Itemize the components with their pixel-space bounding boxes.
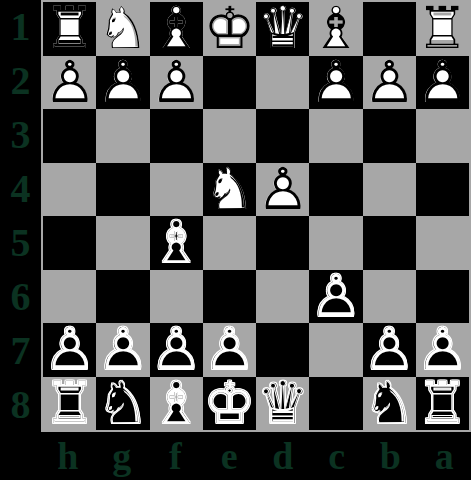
square-d7[interactable] [256,323,309,377]
square-a3[interactable] [416,109,469,163]
piece-fill-layer: ♟ [96,323,149,377]
piece-fill-layer: ♟ [96,56,149,110]
file-label-f: f [149,432,203,480]
square-c1[interactable]: ♝♗ [309,2,362,56]
rank-label-7: 7 [0,324,41,378]
rank-label-2: 2 [0,54,41,108]
piece-fill-layer: ♟ [150,56,203,110]
white-queen[interactable]: ♛♕ [256,2,309,56]
square-e3[interactable] [203,109,256,163]
white-bishop[interactable]: ♝♗ [150,2,203,56]
square-b5[interactable] [363,216,416,270]
square-a2[interactable]: ♟♙ [416,56,469,110]
piece-outline-layer: ♙ [416,323,469,377]
rank-label-3: 3 [0,108,41,162]
square-d8[interactable]: ♛♕ [256,377,309,431]
black-pawn[interactable]: ♟♙ [96,323,149,377]
rank-labels-gutter: 1 2 3 4 5 6 7 8 [0,0,41,432]
white-rook[interactable]: ♜♖ [43,2,96,56]
square-g8[interactable]: ♞♘ [96,377,149,431]
square-h1[interactable]: ♜♖ [43,2,96,56]
square-c4[interactable] [309,163,362,217]
white-pawn[interactable]: ♟♙ [96,56,149,110]
piece-fill-layer: ♝ [309,2,362,56]
black-rook[interactable]: ♜♖ [416,377,469,431]
piece-fill-layer: ♟ [309,270,362,324]
square-e8[interactable]: ♚♔ [203,377,256,431]
black-knight[interactable]: ♞♘ [363,377,416,431]
square-h7[interactable]: ♟♙ [43,323,96,377]
piece-outline-layer: ♗ [309,2,362,56]
piece-fill-layer: ♛ [256,2,309,56]
black-rook[interactable]: ♜♖ [43,377,96,431]
piece-outline-layer: ♘ [363,377,416,431]
rank-label-8: 8 [0,378,41,432]
square-b7[interactable]: ♟♙ [363,323,416,377]
square-a7[interactable]: ♟♙ [416,323,469,377]
piece-fill-layer: ♟ [309,56,362,110]
piece-outline-layer: ♙ [96,56,149,110]
square-g7[interactable]: ♟♙ [96,323,149,377]
piece-outline-layer: ♕ [256,2,309,56]
square-c2[interactable]: ♟♙ [309,56,362,110]
file-label-b: b [364,432,418,480]
square-h3[interactable] [43,109,96,163]
piece-fill-layer: ♚ [203,2,256,56]
black-pawn[interactable]: ♟♙ [363,323,416,377]
square-d3[interactable] [256,109,309,163]
piece-fill-layer: ♟ [256,163,309,217]
square-b4[interactable] [363,163,416,217]
file-label-g: g [95,432,149,480]
square-e5[interactable] [203,216,256,270]
piece-outline-layer: ♗ [150,377,203,431]
piece-outline-layer: ♖ [416,377,469,431]
piece-outline-layer: ♙ [309,56,362,110]
square-h2[interactable]: ♟♙ [43,56,96,110]
square-f3[interactable] [150,109,203,163]
file-label-h: h [41,432,95,480]
piece-fill-layer: ♝ [150,2,203,56]
file-labels-gutter: h g f e d c b a [41,432,471,480]
white-knight[interactable]: ♞♘ [203,163,256,217]
square-f6[interactable] [150,270,203,324]
square-g1[interactable]: ♞♘ [96,2,149,56]
rank-label-1: 1 [0,0,41,54]
piece-fill-layer: ♟ [416,56,469,110]
file-label-a: a [417,432,471,480]
square-e2[interactable] [203,56,256,110]
piece-outline-layer: ♖ [416,2,469,56]
piece-fill-layer: ♟ [363,323,416,377]
square-g6[interactable] [96,270,149,324]
piece-outline-layer: ♖ [43,2,96,56]
piece-fill-layer: ♞ [203,163,256,217]
square-a1[interactable]: ♜♖ [416,2,469,56]
square-e7[interactable]: ♟♙ [203,323,256,377]
square-f7[interactable]: ♟♙ [150,323,203,377]
piece-fill-layer: ♝ [150,216,203,270]
square-b6[interactable] [363,270,416,324]
black-pawn[interactable]: ♟♙ [203,323,256,377]
piece-outline-layer: ♙ [43,323,96,377]
piece-fill-layer: ♝ [150,377,203,431]
square-h4[interactable] [43,163,96,217]
square-d4[interactable]: ♟♙ [256,163,309,217]
square-f5[interactable]: ♝♗ [150,216,203,270]
piece-outline-layer: ♔ [203,377,256,431]
square-b2[interactable]: ♟♙ [363,56,416,110]
piece-fill-layer: ♟ [363,56,416,110]
black-bishop[interactable]: ♝♗ [150,377,203,431]
piece-outline-layer: ♙ [256,163,309,217]
chess-board: ♜♖♞♘♝♗♚♔♛♕♝♗♜♖♟♙♟♙♟♙♟♙♟♙♟♙♞♘♟♙♝♗♟♙♟♙♟♙♟♙… [41,0,471,432]
piece-fill-layer: ♞ [363,377,416,431]
piece-outline-layer: ♙ [416,56,469,110]
file-label-e: e [202,432,256,480]
square-c6[interactable]: ♟♙ [309,270,362,324]
chess-board-screen: 1 2 3 4 5 6 7 8 ♜♖♞♘♝♗♚♔♛♕♝♗♜♖♟♙♟♙♟♙♟♙♟♙… [0,0,471,480]
square-g3[interactable] [96,109,149,163]
piece-fill-layer: ♟ [43,323,96,377]
piece-outline-layer: ♙ [363,323,416,377]
black-pawn[interactable]: ♟♙ [43,323,96,377]
square-d1[interactable]: ♛♕ [256,2,309,56]
piece-outline-layer: ♘ [96,377,149,431]
piece-outline-layer: ♙ [43,56,96,110]
piece-outline-layer: ♗ [150,2,203,56]
square-b3[interactable] [363,109,416,163]
piece-outline-layer: ♙ [96,323,149,377]
piece-outline-layer: ♙ [203,323,256,377]
file-label-d: d [256,432,310,480]
square-g4[interactable] [96,163,149,217]
piece-fill-layer: ♛ [256,377,309,431]
square-h5[interactable] [43,216,96,270]
white-pawn[interactable]: ♟♙ [363,56,416,110]
square-a6[interactable] [416,270,469,324]
square-e1[interactable]: ♚♔ [203,2,256,56]
piece-outline-layer: ♘ [203,163,256,217]
piece-fill-layer: ♜ [43,2,96,56]
rank-label-5: 5 [0,216,41,270]
white-pawn[interactable]: ♟♙ [416,56,469,110]
file-label-c: c [310,432,364,480]
piece-outline-layer: ♙ [309,270,362,324]
piece-fill-layer: ♟ [150,323,203,377]
square-a5[interactable] [416,216,469,270]
piece-fill-layer: ♚ [203,377,256,431]
square-f2[interactable]: ♟♙ [150,56,203,110]
square-a8[interactable]: ♜♖ [416,377,469,431]
white-pawn[interactable]: ♟♙ [309,56,362,110]
black-queen[interactable]: ♛♕ [256,377,309,431]
piece-fill-layer: ♞ [96,377,149,431]
square-e4[interactable]: ♞♘ [203,163,256,217]
square-c3[interactable] [309,109,362,163]
piece-fill-layer: ♟ [203,323,256,377]
square-a4[interactable] [416,163,469,217]
square-d5[interactable] [256,216,309,270]
square-e6[interactable] [203,270,256,324]
square-g5[interactable] [96,216,149,270]
white-king[interactable]: ♚♔ [203,2,256,56]
piece-fill-layer: ♜ [43,377,96,431]
square-c5[interactable] [309,216,362,270]
white-pawn[interactable]: ♟♙ [256,163,309,217]
piece-outline-layer: ♙ [150,56,203,110]
square-h8[interactable]: ♜♖ [43,377,96,431]
square-b8[interactable]: ♞♘ [363,377,416,431]
piece-outline-layer: ♗ [150,216,203,270]
square-d6[interactable] [256,270,309,324]
square-f8[interactable]: ♝♗ [150,377,203,431]
white-knight[interactable]: ♞♘ [96,2,149,56]
square-g2[interactable]: ♟♙ [96,56,149,110]
rank-label-4: 4 [0,162,41,216]
rank-label-6: 6 [0,270,41,324]
black-pawn[interactable]: ♟♙ [150,323,203,377]
white-bishop[interactable]: ♝♗ [309,2,362,56]
piece-fill-layer: ♞ [96,2,149,56]
black-king[interactable]: ♚♔ [203,377,256,431]
black-bishop[interactable]: ♝♗ [150,216,203,270]
square-c8[interactable] [309,377,362,431]
square-b1[interactable] [363,2,416,56]
square-f4[interactable] [150,163,203,217]
piece-fill-layer: ♟ [416,323,469,377]
piece-outline-layer: ♙ [150,323,203,377]
piece-outline-layer: ♖ [43,377,96,431]
piece-outline-layer: ♙ [363,56,416,110]
piece-outline-layer: ♔ [203,2,256,56]
white-pawn[interactable]: ♟♙ [43,56,96,110]
white-pawn[interactable]: ♟♙ [150,56,203,110]
piece-fill-layer: ♜ [416,377,469,431]
piece-outline-layer: ♕ [256,377,309,431]
piece-fill-layer: ♟ [43,56,96,110]
square-f1[interactable]: ♝♗ [150,2,203,56]
square-d2[interactable] [256,56,309,110]
black-knight[interactable]: ♞♘ [96,377,149,431]
square-c7[interactable] [309,323,362,377]
white-rook[interactable]: ♜♖ [416,2,469,56]
piece-fill-layer: ♜ [416,2,469,56]
black-pawn[interactable]: ♟♙ [309,270,362,324]
black-pawn[interactable]: ♟♙ [416,323,469,377]
piece-outline-layer: ♘ [96,2,149,56]
square-h6[interactable] [43,270,96,324]
